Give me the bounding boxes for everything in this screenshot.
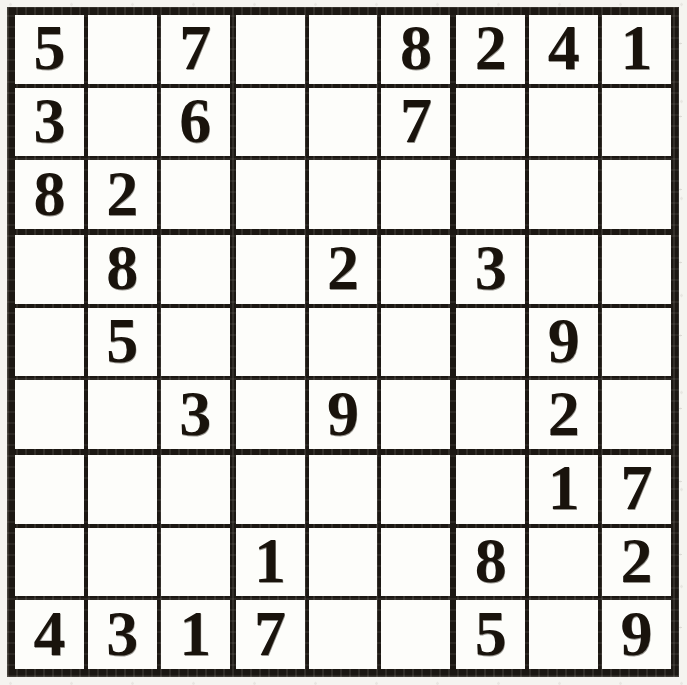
sudoku-box-1: 573682	[15, 15, 230, 229]
cell-r9c3[interactable]: 1	[161, 600, 230, 669]
cell-r4c7[interactable]: 3	[456, 235, 525, 304]
cell-r5c3[interactable]	[161, 308, 230, 377]
given-digit: 8	[400, 16, 432, 80]
cell-r5c8[interactable]: 9	[529, 308, 598, 377]
cell-r9c7[interactable]: 5	[456, 600, 525, 669]
given-digit: 4	[33, 602, 65, 666]
given-digit: 7	[400, 89, 432, 153]
given-digit: 8	[475, 529, 507, 593]
given-digit: 2	[475, 16, 507, 80]
given-digit: 8	[106, 236, 138, 300]
cell-r6c6[interactable]	[381, 380, 450, 449]
cell-r3c4[interactable]	[236, 160, 305, 229]
cell-r1c2[interactable]	[88, 15, 157, 84]
cell-r7c1[interactable]	[15, 455, 84, 524]
cell-r3c1[interactable]: 8	[15, 160, 84, 229]
given-digit: 7	[621, 456, 653, 520]
cell-r8c9[interactable]: 2	[602, 528, 671, 597]
cell-r9c1[interactable]: 4	[15, 600, 84, 669]
cell-r8c1[interactable]	[15, 528, 84, 597]
sudoku-box-4: 853	[15, 235, 230, 449]
sudoku-board: 573682872418532939243117178259	[7, 7, 679, 677]
cell-r1c8[interactable]: 4	[529, 15, 598, 84]
cell-r2c8[interactable]	[529, 88, 598, 157]
cell-r6c7[interactable]	[456, 380, 525, 449]
given-digit: 9	[327, 382, 359, 446]
cell-r7c5[interactable]	[309, 455, 378, 524]
cell-r6c9[interactable]	[602, 380, 671, 449]
cell-r6c5[interactable]: 9	[309, 380, 378, 449]
cell-r4c2[interactable]: 8	[88, 235, 157, 304]
cell-r7c8[interactable]: 1	[529, 455, 598, 524]
cell-r9c4[interactable]: 7	[236, 600, 305, 669]
cell-r1c4[interactable]	[236, 15, 305, 84]
cell-r5c5[interactable]	[309, 308, 378, 377]
cell-r3c9[interactable]	[602, 160, 671, 229]
given-digit: 8	[33, 162, 65, 226]
cell-r3c2[interactable]: 2	[88, 160, 157, 229]
cell-r6c4[interactable]	[236, 380, 305, 449]
cell-r1c3[interactable]: 7	[161, 15, 230, 84]
cell-r4c3[interactable]	[161, 235, 230, 304]
given-digit: 2	[548, 382, 580, 446]
cell-r7c7[interactable]	[456, 455, 525, 524]
cell-r4c5[interactable]: 2	[309, 235, 378, 304]
cell-r1c9[interactable]: 1	[602, 15, 671, 84]
cell-r2c5[interactable]	[309, 88, 378, 157]
sudoku-box-3: 241	[456, 15, 671, 229]
given-digit: 5	[475, 602, 507, 666]
cell-r9c2[interactable]: 3	[88, 600, 157, 669]
given-digit: 3	[106, 602, 138, 666]
cell-r8c7[interactable]: 8	[456, 528, 525, 597]
cell-r6c3[interactable]: 3	[161, 380, 230, 449]
cell-r2c2[interactable]	[88, 88, 157, 157]
given-digit: 7	[254, 602, 286, 666]
cell-r8c4[interactable]: 1	[236, 528, 305, 597]
given-digit: 3	[179, 382, 211, 446]
cell-r7c3[interactable]	[161, 455, 230, 524]
cell-r7c4[interactable]	[236, 455, 305, 524]
cell-r8c5[interactable]	[309, 528, 378, 597]
sudoku-box-6: 392	[456, 235, 671, 449]
cell-r2c1[interactable]: 3	[15, 88, 84, 157]
cell-r3c6[interactable]	[381, 160, 450, 229]
cell-r7c6[interactable]	[381, 455, 450, 524]
cell-r4c8[interactable]	[529, 235, 598, 304]
given-digit: 7	[179, 16, 211, 80]
cell-r2c3[interactable]: 6	[161, 88, 230, 157]
cell-r4c1[interactable]	[15, 235, 84, 304]
sudoku-box-5: 29	[236, 235, 451, 449]
cell-r1c7[interactable]: 2	[456, 15, 525, 84]
sudoku-grid: 573682872418532939243117178259	[15, 15, 671, 669]
given-digit: 4	[548, 16, 580, 80]
cell-r7c9[interactable]: 7	[602, 455, 671, 524]
cell-r2c6[interactable]: 7	[381, 88, 450, 157]
given-digit: 1	[179, 602, 211, 666]
cell-r8c2[interactable]	[88, 528, 157, 597]
cell-r2c4[interactable]	[236, 88, 305, 157]
cell-r5c7[interactable]	[456, 308, 525, 377]
sudoku-box-8: 17	[236, 455, 451, 669]
given-digit: 5	[106, 309, 138, 373]
cell-r7c2[interactable]	[88, 455, 157, 524]
cell-r5c9[interactable]	[602, 308, 671, 377]
cell-r3c3[interactable]	[161, 160, 230, 229]
given-digit: 2	[327, 236, 359, 300]
sudoku-box-7: 431	[15, 455, 230, 669]
sudoku-box-9: 178259	[456, 455, 671, 669]
cell-r6c8[interactable]: 2	[529, 380, 598, 449]
given-digit: 5	[33, 16, 65, 80]
given-digit: 9	[548, 309, 580, 373]
given-digit: 2	[621, 529, 653, 593]
cell-r2c7[interactable]	[456, 88, 525, 157]
given-digit: 3	[33, 89, 65, 153]
cell-r4c6[interactable]	[381, 235, 450, 304]
given-digit: 1	[548, 456, 580, 520]
cell-r1c6[interactable]: 8	[381, 15, 450, 84]
cell-r5c2[interactable]: 5	[88, 308, 157, 377]
cell-r9c9[interactable]: 9	[602, 600, 671, 669]
cell-r5c6[interactable]	[381, 308, 450, 377]
cell-r6c1[interactable]	[15, 380, 84, 449]
given-digit: 6	[179, 89, 211, 153]
cell-r3c5[interactable]	[309, 160, 378, 229]
scanned-page: 573682872418532939243117178259	[0, 0, 687, 685]
given-digit: 3	[475, 236, 507, 300]
cell-r8c8[interactable]	[529, 528, 598, 597]
cell-r3c7[interactable]	[456, 160, 525, 229]
given-digit: 2	[106, 162, 138, 226]
cell-r2c9[interactable]	[602, 88, 671, 157]
given-digit: 1	[254, 529, 286, 593]
cell-r1c1[interactable]: 5	[15, 15, 84, 84]
cell-r5c1[interactable]	[15, 308, 84, 377]
cell-r3c8[interactable]	[529, 160, 598, 229]
cell-r4c4[interactable]	[236, 235, 305, 304]
given-digit: 9	[621, 602, 653, 666]
cell-r1c5[interactable]	[309, 15, 378, 84]
cell-r4c9[interactable]	[602, 235, 671, 304]
cell-r9c8[interactable]	[529, 600, 598, 669]
cell-r8c6[interactable]	[381, 528, 450, 597]
cell-r6c2[interactable]	[88, 380, 157, 449]
given-digit: 1	[621, 16, 653, 80]
cell-r5c4[interactable]	[236, 308, 305, 377]
cell-r9c6[interactable]	[381, 600, 450, 669]
sudoku-box-2: 87	[236, 15, 451, 229]
cell-r8c3[interactable]	[161, 528, 230, 597]
cell-r9c5[interactable]	[309, 600, 378, 669]
